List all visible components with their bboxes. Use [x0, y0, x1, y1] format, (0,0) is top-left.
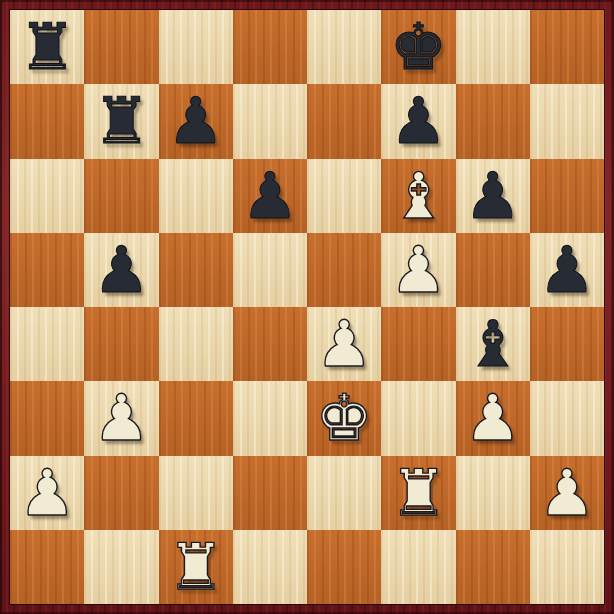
- square-c2[interactable]: [159, 456, 233, 530]
- white-rook-f2[interactable]: ♜: [390, 456, 447, 530]
- square-g6[interactable]: ♟: [456, 159, 530, 233]
- square-d8[interactable]: [233, 10, 307, 84]
- square-g8[interactable]: [456, 10, 530, 84]
- square-g3[interactable]: ♟: [456, 381, 530, 455]
- square-b8[interactable]: [84, 10, 158, 84]
- square-h4[interactable]: [530, 307, 604, 381]
- square-h5[interactable]: ♟: [530, 233, 604, 307]
- square-h1[interactable]: [530, 530, 604, 604]
- square-e8[interactable]: [307, 10, 381, 84]
- square-e3[interactable]: ♚: [307, 381, 381, 455]
- square-c7[interactable]: ♟: [159, 84, 233, 158]
- square-f7[interactable]: ♟: [381, 84, 455, 158]
- square-f6[interactable]: ♝: [381, 159, 455, 233]
- square-e7[interactable]: [307, 84, 381, 158]
- square-a4[interactable]: [10, 307, 84, 381]
- black-rook-b7[interactable]: ♜: [93, 84, 150, 158]
- square-f1[interactable]: [381, 530, 455, 604]
- square-d7[interactable]: [233, 84, 307, 158]
- square-d2[interactable]: [233, 456, 307, 530]
- square-b7[interactable]: ♜: [84, 84, 158, 158]
- square-e6[interactable]: [307, 159, 381, 233]
- black-pawn-c7[interactable]: ♟: [167, 84, 224, 158]
- square-a1[interactable]: [10, 530, 84, 604]
- white-king-e3[interactable]: ♚: [315, 381, 372, 455]
- square-d1[interactable]: [233, 530, 307, 604]
- square-a3[interactable]: [10, 381, 84, 455]
- white-pawn-f5[interactable]: ♟: [390, 233, 447, 307]
- square-b1[interactable]: [84, 530, 158, 604]
- black-pawn-g6[interactable]: ♟: [464, 159, 521, 233]
- square-f5[interactable]: ♟: [381, 233, 455, 307]
- square-a2[interactable]: ♟: [10, 456, 84, 530]
- white-bishop-f6[interactable]: ♝: [390, 159, 447, 233]
- square-c8[interactable]: [159, 10, 233, 84]
- black-king-f8[interactable]: ♚: [390, 10, 447, 84]
- white-pawn-b3[interactable]: ♟: [93, 381, 150, 455]
- board-frame: ♜♚♜♟♟♟♝♟♟♟♟♟♝♟♚♟♟♜♟♜: [0, 0, 614, 614]
- square-g2[interactable]: [456, 456, 530, 530]
- black-pawn-b5[interactable]: ♟: [93, 233, 150, 307]
- square-e1[interactable]: [307, 530, 381, 604]
- square-e5[interactable]: [307, 233, 381, 307]
- square-g5[interactable]: [456, 233, 530, 307]
- square-f4[interactable]: [381, 307, 455, 381]
- square-d6[interactable]: ♟: [233, 159, 307, 233]
- square-b4[interactable]: [84, 307, 158, 381]
- square-b2[interactable]: [84, 456, 158, 530]
- square-f3[interactable]: [381, 381, 455, 455]
- square-h2[interactable]: ♟: [530, 456, 604, 530]
- square-g1[interactable]: [456, 530, 530, 604]
- square-a5[interactable]: [10, 233, 84, 307]
- square-a7[interactable]: [10, 84, 84, 158]
- square-h3[interactable]: [530, 381, 604, 455]
- square-g7[interactable]: [456, 84, 530, 158]
- square-h8[interactable]: [530, 10, 604, 84]
- square-b3[interactable]: ♟: [84, 381, 158, 455]
- black-rook-a8[interactable]: ♜: [18, 10, 75, 84]
- white-pawn-e4[interactable]: ♟: [315, 307, 372, 381]
- square-e2[interactable]: [307, 456, 381, 530]
- square-c1[interactable]: ♜: [159, 530, 233, 604]
- square-f8[interactable]: ♚: [381, 10, 455, 84]
- chess-board: ♜♚♜♟♟♟♝♟♟♟♟♟♝♟♚♟♟♜♟♜: [10, 10, 604, 604]
- black-pawn-d6[interactable]: ♟: [241, 159, 298, 233]
- black-pawn-f7[interactable]: ♟: [390, 84, 447, 158]
- square-g4[interactable]: ♝: [456, 307, 530, 381]
- square-f2[interactable]: ♜: [381, 456, 455, 530]
- square-c6[interactable]: [159, 159, 233, 233]
- square-d4[interactable]: [233, 307, 307, 381]
- square-c5[interactable]: [159, 233, 233, 307]
- square-c3[interactable]: [159, 381, 233, 455]
- black-pawn-h5[interactable]: ♟: [538, 233, 595, 307]
- white-pawn-h2[interactable]: ♟: [538, 456, 595, 530]
- square-a6[interactable]: [10, 159, 84, 233]
- white-pawn-g3[interactable]: ♟: [464, 381, 521, 455]
- square-e4[interactable]: ♟: [307, 307, 381, 381]
- white-pawn-a2[interactable]: ♟: [18, 456, 75, 530]
- square-d3[interactable]: [233, 381, 307, 455]
- white-rook-c1[interactable]: ♜: [167, 530, 224, 604]
- square-h6[interactable]: [530, 159, 604, 233]
- square-h7[interactable]: [530, 84, 604, 158]
- square-a8[interactable]: ♜: [10, 10, 84, 84]
- square-b6[interactable]: [84, 159, 158, 233]
- square-b5[interactable]: ♟: [84, 233, 158, 307]
- black-bishop-g4[interactable]: ♝: [464, 307, 521, 381]
- square-c4[interactable]: [159, 307, 233, 381]
- square-d5[interactable]: [233, 233, 307, 307]
